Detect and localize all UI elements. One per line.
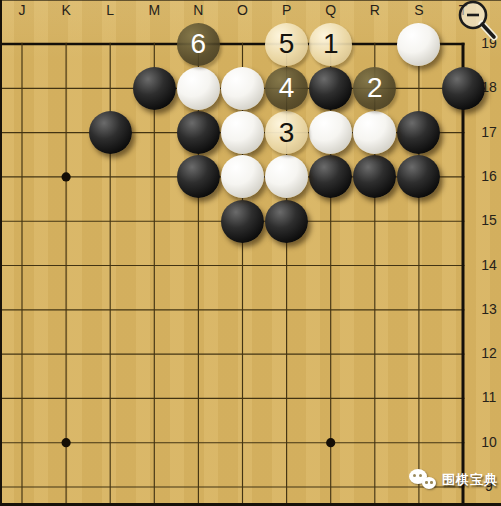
- screen-edge-left: [0, 0, 2, 506]
- stone-black-move4-P18[interactable]: 4: [265, 67, 308, 110]
- row-label-15: 15: [481, 213, 497, 227]
- stone-black-N17[interactable]: [177, 111, 220, 154]
- screen-edge-top: [0, 0, 501, 1]
- star-point-K10: [62, 438, 71, 447]
- wechat-icon: [409, 468, 437, 492]
- column-label-P: P: [282, 3, 291, 17]
- stone-white-O17[interactable]: [221, 111, 264, 154]
- zoom-out-button[interactable]: [456, 0, 501, 46]
- row-label-14: 14: [481, 258, 497, 272]
- magnifier-minus-icon: [456, 0, 501, 46]
- stone-white-Q17[interactable]: [309, 111, 352, 154]
- stone-black-T18[interactable]: [442, 67, 485, 110]
- stone-black-N16[interactable]: [177, 155, 220, 198]
- column-label-M: M: [148, 3, 160, 17]
- stone-black-M18[interactable]: [133, 67, 176, 110]
- watermark: 围棋宝典: [409, 468, 498, 492]
- stone-white-O18[interactable]: [221, 67, 264, 110]
- stone-white-move3-P17[interactable]: 3: [265, 111, 308, 154]
- star-point-K16: [62, 172, 71, 181]
- column-label-O: O: [237, 3, 248, 17]
- star-point-Q10: [326, 438, 335, 447]
- stone-black-L17[interactable]: [89, 111, 132, 154]
- watermark-text: 围棋宝典: [442, 471, 498, 489]
- column-label-L: L: [106, 3, 114, 17]
- row-label-12: 12: [481, 346, 497, 360]
- column-label-Q: Q: [325, 3, 336, 17]
- stone-white-N18[interactable]: [177, 67, 220, 110]
- stone-black-P15[interactable]: [265, 200, 308, 243]
- row-label-16: 16: [481, 169, 497, 183]
- row-label-11: 11: [482, 390, 497, 404]
- column-label-S: S: [414, 3, 423, 17]
- stone-black-Q18[interactable]: [309, 67, 352, 110]
- go-app-screen: JKLMNOPQRST 191817161514131211109 123456…: [0, 0, 501, 506]
- stone-black-O15[interactable]: [221, 200, 264, 243]
- stone-white-move1-Q19[interactable]: 1: [309, 23, 352, 66]
- stone-white-move5-P19[interactable]: 5: [265, 23, 308, 66]
- stone-black-move2-R18[interactable]: 2: [353, 67, 396, 110]
- row-label-10: 10: [481, 435, 497, 449]
- column-label-K: K: [61, 3, 70, 17]
- stone-black-move6-N19[interactable]: 6: [177, 23, 220, 66]
- stone-white-S19[interactable]: [397, 23, 440, 66]
- column-label-N: N: [193, 3, 203, 17]
- row-label-17: 17: [481, 125, 497, 139]
- column-label-R: R: [370, 3, 380, 17]
- row-label-13: 13: [481, 302, 497, 316]
- column-label-J: J: [19, 3, 26, 17]
